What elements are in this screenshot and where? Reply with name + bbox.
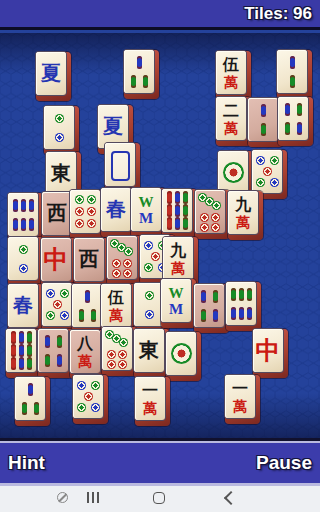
tile-man-1[interactable]: 一萬: [135, 377, 170, 426]
tile-red-dragon[interactable]: 中: [253, 329, 288, 378]
bottom-action-bar: Hint Pause: [0, 438, 320, 486]
tile-man-8[interactable]: 八萬: [70, 330, 105, 379]
mahjong-board: 夏伍萬夏二萬東西春WM九萬中西九萬春伍萬WM八萬東中一萬一萬: [0, 0, 320, 512]
tile-man-5[interactable]: 伍萬: [216, 51, 251, 100]
tile-sou-4[interactable]: [278, 97, 313, 146]
tile-sou-9[interactable]: [6, 329, 41, 378]
tile-man-9[interactable]: 九萬: [228, 191, 263, 240]
top-status-bar: Tiles: 96: [0, 0, 320, 30]
tile-man-5[interactable]: 伍萬: [101, 284, 136, 333]
tile-man-1[interactable]: 一萬: [225, 375, 260, 424]
tile-summer[interactable]: 夏: [36, 52, 71, 101]
back-icon[interactable]: [224, 491, 238, 505]
tile-sou-8[interactable]: WM: [131, 188, 166, 237]
tile-spring[interactable]: 春: [8, 284, 43, 333]
tile-sou-8[interactable]: WM: [161, 279, 196, 328]
tile-sou-2[interactable]: [277, 50, 312, 99]
tiles-counter: Tiles: 96: [244, 4, 320, 24]
tile-white-dragon[interactable]: [105, 143, 140, 192]
tile-pin-6[interactable]: [70, 190, 105, 239]
home-icon[interactable]: [153, 492, 165, 504]
tile-sou-3[interactable]: [124, 50, 159, 99]
tile-sou-3[interactable]: [15, 377, 50, 426]
tile-pin-7[interactable]: [195, 190, 230, 239]
tile-pin-7[interactable]: [107, 236, 142, 285]
tile-pin-7[interactable]: [102, 327, 137, 376]
tile-pin-1[interactable]: [166, 332, 201, 381]
hint-button[interactable]: Hint: [0, 452, 53, 474]
tile-pin-5[interactable]: [73, 375, 108, 424]
tile-pin-2[interactable]: [44, 106, 79, 155]
tile-pin-2[interactable]: [8, 237, 43, 286]
tile-sou-9[interactable]: [162, 189, 197, 238]
tile-red-dragon[interactable]: 中: [41, 238, 76, 287]
tile-man-2[interactable]: 二萬: [216, 97, 251, 146]
tile-sou-4[interactable]: [194, 284, 229, 333]
android-nav-bar: [0, 486, 320, 512]
tile-sou-6[interactable]: [8, 193, 43, 242]
pause-button[interactable]: Pause: [248, 452, 320, 474]
tile-east[interactable]: 東: [134, 329, 169, 378]
recents-icon[interactable]: [87, 492, 99, 503]
tile-sou-4[interactable]: [38, 329, 73, 378]
screen-capture-icon[interactable]: [57, 492, 68, 503]
tile-sou-6-green[interactable]: [226, 282, 261, 331]
tile-west[interactable]: 西: [74, 238, 109, 287]
